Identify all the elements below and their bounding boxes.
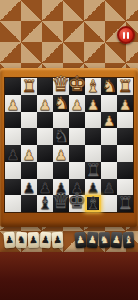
captured-tile: ♟ [28, 232, 40, 248]
captured-white-pawn: ♟ [76, 235, 86, 246]
captured-black-pawn: ♟ [41, 235, 51, 246]
captured-white-pawn: ♟ [88, 235, 97, 245]
square-a8[interactable] [5, 195, 21, 212]
captured-black-pawn: ♟ [5, 235, 15, 246]
square-g5[interactable] [101, 145, 117, 162]
white-pawn[interactable]: ♟ [7, 98, 20, 112]
captured-white-bishop: ♝ [124, 235, 133, 245]
captured-black-knight: ♞ [17, 235, 26, 245]
square-g8[interactable] [101, 195, 117, 212]
square-e3[interactable] [69, 112, 85, 129]
square-e2[interactable]: ♟ [69, 95, 85, 112]
square-e6[interactable] [69, 162, 85, 179]
captured-white-pieces-tray: ♟♟♞♟♝ [75, 232, 134, 248]
pause-icon [123, 32, 125, 39]
square-g6[interactable] [101, 162, 117, 179]
square-c4[interactable] [37, 128, 53, 145]
square-c5[interactable] [37, 145, 53, 162]
white-rook[interactable]: ♜ [117, 78, 132, 95]
square-b3[interactable] [21, 112, 37, 129]
black-pawn[interactable]: ♟ [7, 148, 20, 162]
black-knight[interactable]: ♞ [53, 128, 68, 145]
black-rook[interactable]: ♜ [85, 162, 100, 179]
square-d2[interactable]: ♞ [53, 95, 69, 112]
board-frame: ♜♛♚♝♞♜♟♟♞♟♟♟♟♞♟♟♟♜♟♟♟♟♟♟♝♛♚♝♜ [0, 68, 138, 227]
square-b8[interactable] [21, 195, 37, 212]
captured-tile: ♟ [110, 232, 122, 249]
square-b5[interactable]: ♟ [21, 145, 37, 162]
square-b2[interactable] [21, 95, 37, 112]
square-g3[interactable]: ♟ [101, 112, 117, 129]
square-h5[interactable] [117, 145, 133, 162]
captured-white-pawn: ♟ [112, 235, 122, 246]
square-g2[interactable] [101, 95, 117, 112]
white-bishop[interactable]: ♝ [85, 78, 100, 95]
square-h2[interactable]: ♟ [117, 95, 133, 112]
white-king[interactable]: ♚ [68, 74, 87, 95]
square-h3[interactable] [117, 112, 133, 129]
square-a3[interactable] [5, 112, 21, 129]
square-a6[interactable] [5, 162, 21, 179]
captured-tile: ♝ [123, 232, 135, 249]
captured-black-pieces-tray: ♟♞♟♟♟ [4, 232, 63, 248]
square-c6[interactable] [37, 162, 53, 179]
white-knight[interactable]: ♞ [101, 78, 116, 95]
captured-tile: ♟ [74, 232, 86, 249]
captured-tile: ♟ [39, 232, 51, 249]
square-h8[interactable]: ♜ [117, 195, 133, 212]
square-b1[interactable]: ♜ [21, 78, 37, 95]
captured-black-pawn: ♟ [53, 235, 62, 245]
chess-board: ♜♛♚♝♞♜♟♟♞♟♟♟♟♞♟♟♟♜♟♟♟♟♟♟♝♛♚♝♜ [4, 77, 134, 213]
bottom-maroon-band [0, 252, 138, 300]
captured-white-knight: ♞ [100, 235, 109, 245]
square-a1[interactable] [5, 78, 21, 95]
square-h1[interactable]: ♜ [117, 78, 133, 95]
square-b4[interactable] [21, 128, 37, 145]
square-a4[interactable] [5, 128, 21, 145]
captured-trays: ♟♞♟♟♟ ♟♟♞♟♝ [0, 232, 138, 248]
square-f8[interactable]: ♝ [85, 195, 101, 212]
pause-icon [127, 32, 129, 39]
square-a5[interactable]: ♟ [5, 145, 21, 162]
white-pawn[interactable]: ♟ [87, 98, 100, 112]
black-bishop[interactable]: ♝ [37, 195, 52, 212]
square-b6[interactable] [21, 162, 37, 179]
square-d4[interactable]: ♞ [53, 128, 69, 145]
captured-tile: ♟ [52, 232, 64, 249]
square-c3[interactable] [37, 112, 53, 129]
white-pawn[interactable]: ♟ [55, 148, 68, 162]
white-pawn[interactable]: ♟ [103, 114, 116, 128]
square-b7[interactable]: ♟ [21, 179, 37, 196]
captured-tile: ♟ [87, 232, 99, 249]
black-pawn[interactable]: ♟ [103, 181, 116, 195]
square-e1[interactable]: ♚ [69, 78, 85, 95]
square-d5[interactable]: ♟ [53, 145, 69, 162]
square-f2[interactable]: ♟ [85, 95, 101, 112]
pause-button[interactable] [117, 26, 135, 44]
square-g4[interactable] [101, 128, 117, 145]
black-bishop[interactable]: ♝ [85, 195, 100, 212]
white-pawn[interactable]: ♟ [119, 98, 132, 112]
square-f6[interactable]: ♜ [85, 162, 101, 179]
square-h4[interactable] [117, 128, 133, 145]
square-e8[interactable]: ♚ [69, 195, 85, 212]
white-pawn[interactable]: ♟ [71, 98, 84, 112]
black-rook[interactable]: ♜ [117, 195, 132, 212]
square-g7[interactable]: ♟ [101, 179, 117, 196]
white-pawn[interactable]: ♟ [23, 148, 36, 162]
white-rook[interactable]: ♜ [21, 78, 36, 95]
captured-black-pawn: ♟ [29, 235, 38, 245]
captured-tile: ♞ [99, 232, 111, 248]
square-a2[interactable]: ♟ [5, 95, 21, 112]
black-king[interactable]: ♚ [68, 191, 87, 212]
square-d6[interactable] [53, 162, 69, 179]
square-f1[interactable]: ♝ [85, 78, 101, 95]
square-f4[interactable] [85, 128, 101, 145]
black-pawn[interactable]: ♟ [23, 181, 36, 195]
white-pawn[interactable]: ♟ [39, 98, 52, 112]
white-knight[interactable]: ♞ [53, 95, 68, 112]
square-e5[interactable] [69, 145, 85, 162]
captured-tile: ♟ [3, 232, 15, 249]
square-a7[interactable] [5, 179, 21, 196]
square-g1[interactable]: ♞ [101, 78, 117, 95]
captured-tile: ♞ [16, 232, 28, 249]
square-f3[interactable] [85, 112, 101, 129]
square-h6[interactable] [117, 162, 133, 179]
square-e4[interactable] [69, 128, 85, 145]
square-c2[interactable]: ♟ [37, 95, 53, 112]
